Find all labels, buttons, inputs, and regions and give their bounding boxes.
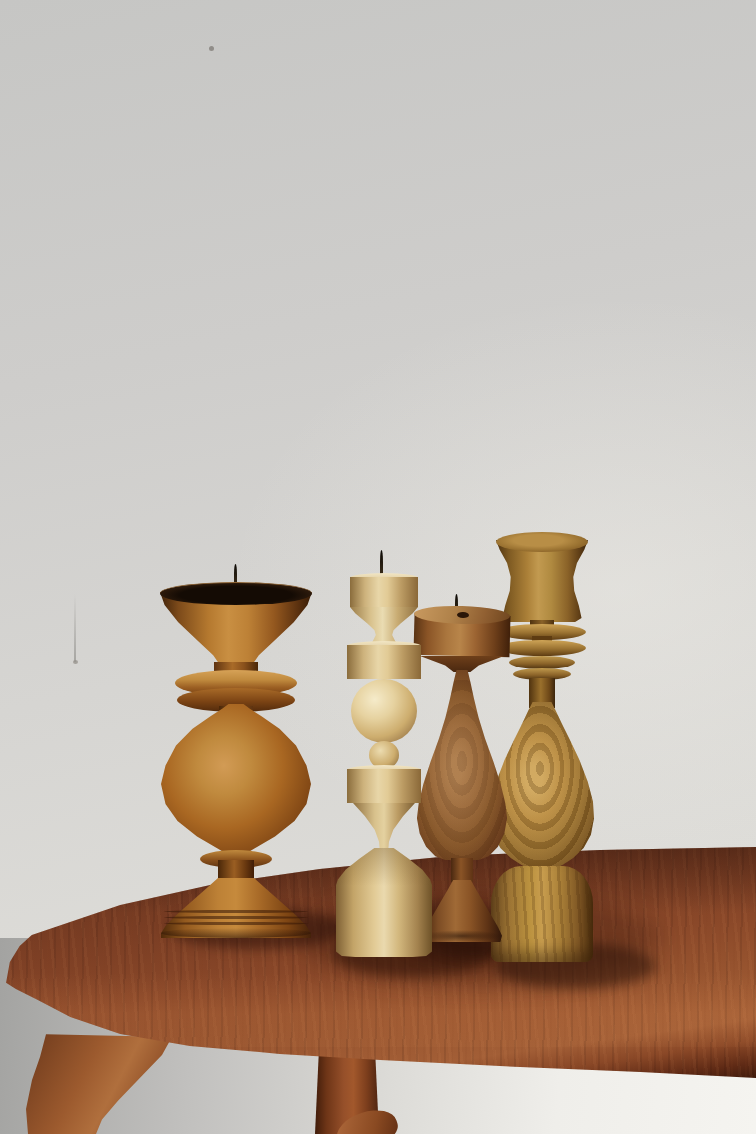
photo-scene [0, 0, 756, 1134]
candlestick-4-cup-top [496, 532, 588, 552]
candlestick-2 [334, 548, 434, 960]
candlestick-1-base-ring-1 [164, 910, 308, 913]
candlestick-2-drum1 [350, 577, 418, 607]
candlestick-1-cup-top [160, 582, 312, 605]
candlestick-2-drum3 [347, 769, 421, 803]
candlestick-2-waist [353, 803, 415, 849]
candlestick-1 [158, 558, 314, 944]
candlestick-2-base [336, 848, 432, 957]
candlestick-3-stem [451, 858, 473, 882]
candlestick-1-body [161, 704, 311, 858]
candlestick-2-drum2 [347, 645, 421, 679]
candlestick-1-base-ring-3 [164, 922, 308, 925]
candlestick-2-sphere [351, 679, 417, 743]
candlestick-1-base-bottom [161, 928, 311, 938]
candlestick-2-base-bevel [336, 848, 432, 886]
candlestick-3-foot [422, 880, 502, 942]
candlestick-1-base-ring-2 [164, 916, 308, 919]
candlestick-3-spike-hole [457, 612, 469, 618]
wall-blemish-dot [209, 46, 214, 51]
candlestick-3-foot-shadow [422, 930, 502, 942]
wall-drip-mark [74, 594, 76, 662]
wall-speck [73, 660, 78, 664]
